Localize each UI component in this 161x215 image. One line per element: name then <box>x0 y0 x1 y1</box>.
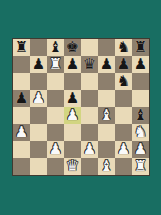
piece-black-bishop[interactable]: ♝ <box>134 107 147 124</box>
square-a5[interactable]: ♟ <box>13 90 30 107</box>
chess-board[interactable]: ♜♝♚♞♜♟♜♟♛♟♟♟♞♟♟♟♟♝♝♟♞♟♟♟♟♛♝♜ <box>12 38 150 176</box>
square-f5[interactable] <box>98 90 115 107</box>
piece-black-pawn[interactable]: ♟ <box>15 90 28 107</box>
square-a3[interactable]: ♟ <box>13 124 30 141</box>
square-f6[interactable] <box>98 73 115 90</box>
square-h3[interactable]: ♞ <box>132 124 149 141</box>
square-h6[interactable] <box>132 73 149 90</box>
piece-black-king[interactable]: ♚ <box>66 39 79 56</box>
square-b1[interactable] <box>30 158 47 175</box>
square-e4[interactable] <box>81 107 98 124</box>
piece-white-pawn[interactable]: ♟ <box>117 141 130 158</box>
piece-black-queen[interactable]: ♛ <box>83 56 96 73</box>
square-b3[interactable] <box>30 124 47 141</box>
piece-white-pawn[interactable]: ♟ <box>66 107 79 124</box>
piece-black-pawn[interactable]: ♟ <box>32 56 45 73</box>
square-d7[interactable]: ♟ <box>64 56 81 73</box>
piece-black-pawn[interactable]: ♟ <box>134 56 147 73</box>
square-a2[interactable] <box>13 141 30 158</box>
square-c4[interactable] <box>47 107 64 124</box>
square-b7[interactable]: ♟ <box>30 56 47 73</box>
square-d1[interactable]: ♛ <box>64 158 81 175</box>
piece-black-rook[interactable]: ♜ <box>15 39 28 56</box>
square-g7[interactable]: ♟ <box>115 56 132 73</box>
square-a1[interactable] <box>13 158 30 175</box>
piece-white-bishop[interactable]: ♝ <box>100 107 113 124</box>
square-b8[interactable] <box>30 39 47 56</box>
square-f3[interactable] <box>98 124 115 141</box>
square-f4[interactable]: ♝ <box>98 107 115 124</box>
square-h4[interactable]: ♝ <box>132 107 149 124</box>
square-a6[interactable] <box>13 73 30 90</box>
piece-black-rook[interactable]: ♜ <box>134 39 147 56</box>
square-b5[interactable]: ♟ <box>30 90 47 107</box>
piece-black-pawn[interactable]: ♟ <box>66 56 79 73</box>
square-e6[interactable] <box>81 73 98 90</box>
square-h1[interactable]: ♜ <box>132 158 149 175</box>
square-g5[interactable] <box>115 90 132 107</box>
square-g1[interactable] <box>115 158 132 175</box>
square-e5[interactable] <box>81 90 98 107</box>
square-e7[interactable]: ♛ <box>81 56 98 73</box>
app-background: ♜♝♚♞♜♟♜♟♛♟♟♟♞♟♟♟♟♝♝♟♞♟♟♟♟♛♝♜ <box>0 0 161 215</box>
square-f8[interactable] <box>98 39 115 56</box>
square-c8[interactable]: ♝ <box>47 39 64 56</box>
square-f1[interactable]: ♝ <box>98 158 115 175</box>
piece-white-pawn[interactable]: ♟ <box>134 141 147 158</box>
square-d5[interactable]: ♟ <box>64 90 81 107</box>
square-d8[interactable]: ♚ <box>64 39 81 56</box>
square-d6[interactable] <box>64 73 81 90</box>
piece-white-knight[interactable]: ♞ <box>134 124 147 141</box>
square-e3[interactable] <box>81 124 98 141</box>
square-c6[interactable] <box>47 73 64 90</box>
square-b4[interactable] <box>30 107 47 124</box>
piece-white-queen[interactable]: ♛ <box>66 158 79 175</box>
piece-white-pawn[interactable]: ♟ <box>49 141 62 158</box>
piece-white-rook[interactable]: ♜ <box>134 158 147 175</box>
square-b6[interactable] <box>30 73 47 90</box>
square-a7[interactable] <box>13 56 30 73</box>
piece-black-knight[interactable]: ♞ <box>117 39 130 56</box>
square-c3[interactable] <box>47 124 64 141</box>
piece-white-pawn[interactable]: ♟ <box>83 141 96 158</box>
square-d2[interactable] <box>64 141 81 158</box>
square-d3[interactable] <box>64 124 81 141</box>
piece-black-pawn[interactable]: ♟ <box>66 90 79 107</box>
square-h8[interactable]: ♜ <box>132 39 149 56</box>
square-g8[interactable]: ♞ <box>115 39 132 56</box>
piece-black-bishop[interactable]: ♝ <box>49 39 62 56</box>
square-h5[interactable] <box>132 90 149 107</box>
piece-black-knight[interactable]: ♞ <box>117 73 130 90</box>
square-c1[interactable] <box>47 158 64 175</box>
piece-white-pawn[interactable]: ♟ <box>15 124 28 141</box>
square-a4[interactable] <box>13 107 30 124</box>
piece-black-pawn[interactable]: ♟ <box>117 56 130 73</box>
square-a8[interactable]: ♜ <box>13 39 30 56</box>
piece-white-pawn[interactable]: ♟ <box>32 90 45 107</box>
square-c7[interactable]: ♜ <box>47 56 64 73</box>
square-e8[interactable] <box>81 39 98 56</box>
square-e2[interactable]: ♟ <box>81 141 98 158</box>
piece-white-rook[interactable]: ♜ <box>49 56 62 73</box>
square-h7[interactable]: ♟ <box>132 56 149 73</box>
square-c5[interactable] <box>47 90 64 107</box>
square-f2[interactable] <box>98 141 115 158</box>
square-g4[interactable] <box>115 107 132 124</box>
square-f7[interactable]: ♟ <box>98 56 115 73</box>
piece-black-pawn[interactable]: ♟ <box>100 56 113 73</box>
square-g2[interactable]: ♟ <box>115 141 132 158</box>
square-d4[interactable]: ♟ <box>64 107 81 124</box>
square-b2[interactable] <box>30 141 47 158</box>
square-h2[interactable]: ♟ <box>132 141 149 158</box>
square-g3[interactable] <box>115 124 132 141</box>
square-c2[interactable]: ♟ <box>47 141 64 158</box>
square-g6[interactable]: ♞ <box>115 73 132 90</box>
piece-white-bishop[interactable]: ♝ <box>100 158 113 175</box>
square-e1[interactable] <box>81 158 98 175</box>
